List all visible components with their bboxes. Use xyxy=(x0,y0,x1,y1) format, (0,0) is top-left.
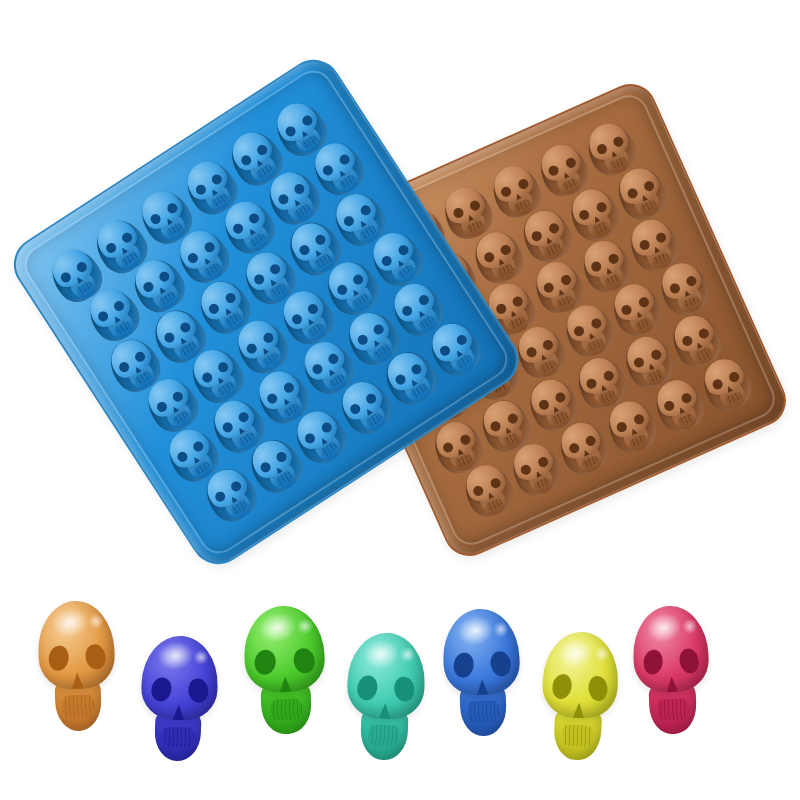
skull-teeth xyxy=(368,725,400,747)
skull-teeth xyxy=(467,701,499,723)
skull-teeth xyxy=(270,698,304,720)
orange-gummy-skull xyxy=(36,600,119,736)
gloss-highlight-small xyxy=(296,618,313,634)
violet-gummy-skull xyxy=(138,635,220,766)
skull-teeth xyxy=(562,724,594,747)
crimson-gummy-skull xyxy=(631,605,713,739)
yellow-gummy-skull xyxy=(538,630,622,765)
gloss-highlight-small xyxy=(399,646,415,662)
product-photo xyxy=(0,0,800,800)
green-gummy-skull xyxy=(242,605,329,739)
skull-teeth xyxy=(162,726,194,748)
skull-teeth xyxy=(657,698,689,720)
gloss-highlight-small xyxy=(493,621,509,637)
blue-gummy-skull xyxy=(441,608,523,741)
teal-gummy-skull xyxy=(344,632,427,765)
skull-teeth xyxy=(62,695,94,717)
